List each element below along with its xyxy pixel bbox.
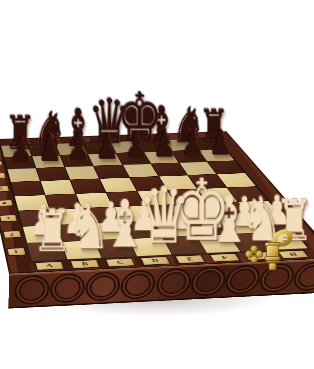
square-c6 xyxy=(65,166,99,180)
file-label-a: A xyxy=(34,261,64,270)
brass-clasp-icon xyxy=(242,221,300,279)
square-d7: ♟ xyxy=(88,153,121,166)
rank-label-2: 2 xyxy=(2,230,21,238)
chess-set-photo: 87654321 ♜♞♝♛♚♝♞♜♟♟♟♟♟♟♟♟♟♟♟♟♟♟♟♟♜♞♝♛♚♝♞… xyxy=(0,0,314,369)
piece-white-knight: ♞ xyxy=(68,195,101,258)
square-e7: ♟ xyxy=(116,152,150,165)
rank-label-3: 3 xyxy=(0,214,17,221)
circle-ornament xyxy=(14,274,50,305)
piece-black-pawn: ♟ xyxy=(179,127,206,162)
piece-black-pawn: ♟ xyxy=(123,129,150,164)
piece-black-pawn: ♟ xyxy=(207,126,234,161)
piece-black-pawn: ♟ xyxy=(94,130,121,165)
black-pawn-icon: ♟ xyxy=(96,130,120,165)
black-pawn-icon: ♟ xyxy=(124,129,148,164)
clasp-rosette-plate xyxy=(245,245,262,262)
piece-black-pawn: ♟ xyxy=(8,133,35,168)
rank-label-5: 5 xyxy=(0,186,9,192)
circle-ornament xyxy=(85,271,122,302)
black-pawn-icon: ♟ xyxy=(153,128,177,163)
black-pawn-icon: ♟ xyxy=(9,133,33,168)
file-label-e: E xyxy=(174,254,205,263)
file-label-c: C xyxy=(105,258,136,267)
black-pawn-icon: ♟ xyxy=(67,131,91,166)
file-label-b: B xyxy=(70,259,100,268)
piece-black-pawn: ♟ xyxy=(151,128,178,163)
square-b7: ♟ xyxy=(32,155,64,168)
square-a5 xyxy=(11,181,45,196)
square-c7: ♟ xyxy=(60,154,93,167)
square-a7: ♟ xyxy=(4,156,35,169)
black-pawn-icon: ♟ xyxy=(38,132,62,167)
piece-white-rook: ♜ xyxy=(33,202,66,260)
white-rook-icon: ♜ xyxy=(33,202,73,260)
file-label-f: F xyxy=(209,253,241,262)
rank-label-6: 6 xyxy=(0,172,6,178)
circle-ornament xyxy=(120,269,158,300)
piece-black-pawn: ♟ xyxy=(37,132,64,167)
circle-ornament xyxy=(189,266,228,296)
circle-ornament xyxy=(50,273,87,304)
circle-ornament xyxy=(154,268,192,299)
rank-label-7: 7 xyxy=(0,160,3,166)
rank-label-4: 4 xyxy=(0,200,13,207)
white-knight-icon: ♞ xyxy=(68,195,111,258)
square-a1: ♜ xyxy=(27,242,66,261)
square-a6 xyxy=(7,168,39,182)
square-b6 xyxy=(36,167,69,181)
black-pawn-icon: ♟ xyxy=(209,126,233,161)
piece-black-pawn: ♟ xyxy=(66,131,93,166)
black-pawn-icon: ♟ xyxy=(181,127,205,162)
rank-label-1: 1 xyxy=(6,247,26,255)
file-label-d: D xyxy=(140,256,171,265)
